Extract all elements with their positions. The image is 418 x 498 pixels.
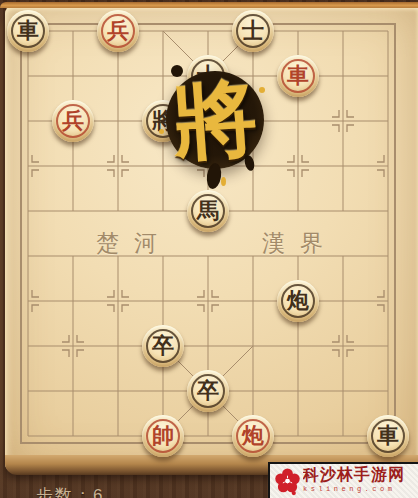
watermark: 科沙林手游网 kslineng.com [268, 462, 418, 498]
piece-glyph: 卒 [187, 370, 229, 412]
piece-glyph: 炮 [277, 280, 319, 322]
river-label-left: 楚河 [96, 228, 172, 259]
piece-black-soldier[interactable]: 卒 [187, 370, 229, 412]
piece-glyph: 卒 [142, 325, 184, 367]
watermark-text: 科沙林手游网 kslineng.com [303, 464, 405, 494]
piece-black-cannon[interactable]: 炮 [277, 280, 319, 322]
piece-glyph: 馬 [187, 190, 229, 232]
gold-splash-dot [221, 177, 226, 186]
watermark-domain: kslineng.com [303, 485, 395, 494]
piece-glyph: 車 [277, 55, 319, 97]
game-screen: 楚河 漢界 車兵士士車兵將馬炮卒卒帥炮車 將 步数：6 [0, 0, 418, 498]
piece-glyph: 士 [232, 10, 274, 52]
piece-black-horse[interactable]: 馬 [187, 190, 229, 232]
piece-red-general[interactable]: 帥 [142, 415, 184, 457]
piece-red-soldier[interactable]: 兵 [97, 10, 139, 52]
river-label-right: 漢界 [262, 228, 338, 259]
piece-red-soldier[interactable]: 兵 [52, 100, 94, 142]
piece-red-cannon[interactable]: 炮 [232, 415, 274, 457]
watermark-site-name: 科沙林手游网 [303, 465, 405, 485]
gold-splash-dot [259, 87, 265, 93]
piece-glyph: 炮 [232, 415, 274, 457]
piece-black-soldier[interactable]: 卒 [142, 325, 184, 367]
piece-black-advisor[interactable]: 士 [232, 10, 274, 52]
check-banner-glyph: 將 [166, 72, 264, 170]
piece-glyph: 車 [7, 10, 49, 52]
piece-red-chariot[interactable]: 車 [277, 55, 319, 97]
plum-blossom-icon [274, 467, 301, 497]
piece-glyph: 兵 [97, 10, 139, 52]
piece-glyph: 兵 [52, 100, 94, 142]
piece-black-chariot[interactable]: 車 [7, 10, 49, 52]
gold-splash-dot [159, 129, 164, 134]
piece-black-chariot[interactable]: 車 [367, 415, 409, 457]
piece-glyph: 帥 [142, 415, 184, 457]
step-counter: 步数：6 [36, 484, 104, 498]
piece-glyph: 車 [367, 415, 409, 457]
